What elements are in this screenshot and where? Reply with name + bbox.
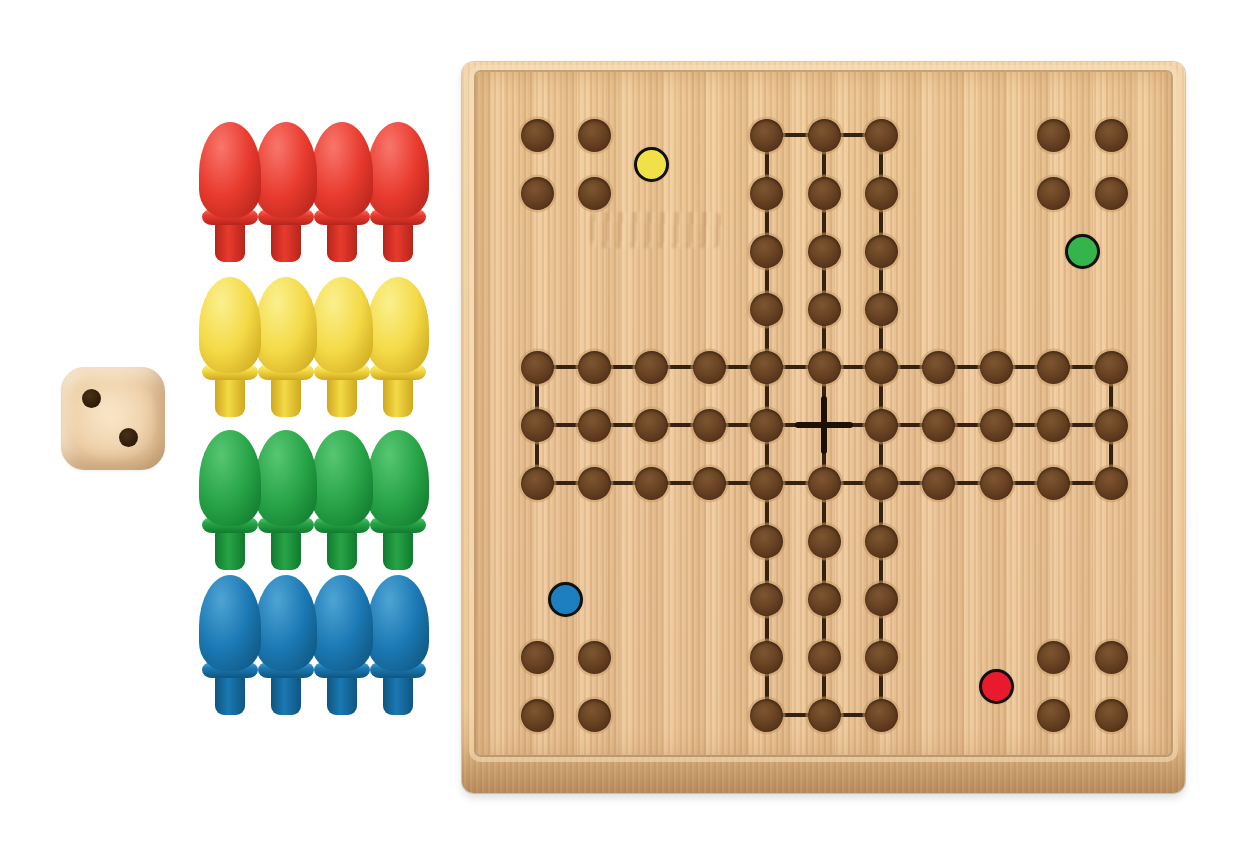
board-hole[interactable] xyxy=(1037,641,1070,674)
board-hole[interactable] xyxy=(750,525,783,558)
board-hole[interactable] xyxy=(808,351,841,384)
board-hole[interactable] xyxy=(521,467,554,500)
board-hole[interactable] xyxy=(1095,409,1128,442)
board-hole[interactable] xyxy=(750,409,783,442)
peg-stem xyxy=(383,529,413,570)
board-hole[interactable] xyxy=(578,351,611,384)
peg-head xyxy=(311,122,373,218)
board-hole[interactable] xyxy=(808,641,841,674)
board-hole[interactable] xyxy=(521,641,554,674)
board-hole[interactable] xyxy=(578,409,611,442)
peg-red-4[interactable] xyxy=(367,122,429,262)
peg-yellow-4[interactable] xyxy=(367,277,429,417)
board-hole[interactable] xyxy=(750,177,783,210)
board-hole[interactable] xyxy=(980,409,1013,442)
product-photo-scene xyxy=(0,0,1250,852)
peg-red-2[interactable] xyxy=(255,122,317,262)
peg-head xyxy=(311,277,373,373)
peg-head xyxy=(199,575,261,671)
peg-head xyxy=(311,430,373,526)
peg-stem xyxy=(327,221,357,262)
peg-green-1[interactable] xyxy=(199,430,261,570)
board-hole[interactable] xyxy=(1037,409,1070,442)
peg-head xyxy=(255,430,317,526)
board-hole[interactable] xyxy=(750,641,783,674)
peg-stem xyxy=(215,674,245,715)
peg-head xyxy=(367,122,429,218)
board-hole[interactable] xyxy=(808,177,841,210)
die-pip xyxy=(119,428,138,447)
board-hole[interactable] xyxy=(635,467,668,500)
board-hole[interactable] xyxy=(578,699,611,732)
board-hole[interactable] xyxy=(865,525,898,558)
board-hole[interactable] xyxy=(865,467,898,500)
board-hole[interactable] xyxy=(922,409,955,442)
board-hole[interactable] xyxy=(635,351,668,384)
board-hole[interactable] xyxy=(1095,467,1128,500)
peg-blue-1[interactable] xyxy=(199,575,261,715)
board-hole[interactable] xyxy=(578,119,611,152)
peg-stem xyxy=(215,529,245,570)
board-hole[interactable] xyxy=(578,177,611,210)
board-hole[interactable] xyxy=(808,119,841,152)
board-hole[interactable] xyxy=(922,467,955,500)
board-hole[interactable] xyxy=(750,235,783,268)
board-hole[interactable] xyxy=(1037,177,1070,210)
peg-blue-2[interactable] xyxy=(255,575,317,715)
peg-green-4[interactable] xyxy=(367,430,429,570)
board-hole[interactable] xyxy=(635,409,668,442)
peg-head xyxy=(199,122,261,218)
peg-red-3[interactable] xyxy=(311,122,373,262)
board-hole[interactable] xyxy=(808,699,841,732)
peg-head xyxy=(255,122,317,218)
center-cross xyxy=(821,396,827,454)
board-hole[interactable] xyxy=(693,409,726,442)
board-hole[interactable] xyxy=(1037,119,1070,152)
board-hole[interactable] xyxy=(808,235,841,268)
peg-stem xyxy=(327,376,357,417)
board-hole[interactable] xyxy=(865,235,898,268)
peg-head xyxy=(199,277,261,373)
board-hole[interactable] xyxy=(1095,641,1128,674)
board-hole[interactable] xyxy=(865,119,898,152)
peg-stem xyxy=(271,376,301,417)
peg-blue-4[interactable] xyxy=(367,575,429,715)
board-hole[interactable] xyxy=(808,525,841,558)
board-hole[interactable] xyxy=(521,177,554,210)
board-hole[interactable] xyxy=(808,467,841,500)
board-hole[interactable] xyxy=(865,293,898,326)
peg-stem xyxy=(271,674,301,715)
board-hole[interactable] xyxy=(865,583,898,616)
peg-green-2[interactable] xyxy=(255,430,317,570)
board-hole[interactable] xyxy=(980,351,1013,384)
ludo-board xyxy=(462,62,1185,793)
board-hole[interactable] xyxy=(865,409,898,442)
peg-stem xyxy=(383,674,413,715)
peg-stem xyxy=(215,221,245,262)
board-hole[interactable] xyxy=(922,351,955,384)
peg-yellow-3[interactable] xyxy=(311,277,373,417)
peg-head xyxy=(367,430,429,526)
board-hole[interactable] xyxy=(980,467,1013,500)
board-hole[interactable] xyxy=(750,583,783,616)
board-hole[interactable] xyxy=(750,351,783,384)
board-hole[interactable] xyxy=(808,293,841,326)
peg-stem xyxy=(271,529,301,570)
die-pip xyxy=(82,389,101,408)
board-hole[interactable] xyxy=(1037,351,1070,384)
board-hole[interactable] xyxy=(521,351,554,384)
board-hole[interactable] xyxy=(1095,119,1128,152)
board-hole[interactable] xyxy=(693,467,726,500)
peg-stem xyxy=(327,529,357,570)
board-hole[interactable] xyxy=(808,583,841,616)
peg-stem xyxy=(383,376,413,417)
peg-yellow-1[interactable] xyxy=(199,277,261,417)
start-dot-blue xyxy=(548,582,583,617)
peg-head xyxy=(255,575,317,671)
peg-stem xyxy=(271,221,301,262)
board-hole[interactable] xyxy=(1095,351,1128,384)
peg-head xyxy=(255,277,317,373)
board-hole[interactable] xyxy=(521,409,554,442)
board-hole[interactable] xyxy=(865,641,898,674)
peg-stem xyxy=(383,221,413,262)
board-hole[interactable] xyxy=(521,119,554,152)
board-hole[interactable] xyxy=(1037,699,1070,732)
board-hole[interactable] xyxy=(578,641,611,674)
board-hole[interactable] xyxy=(750,467,783,500)
board-hole[interactable] xyxy=(865,177,898,210)
board-hole[interactable] xyxy=(750,293,783,326)
peg-stem xyxy=(327,674,357,715)
peg-blue-3[interactable] xyxy=(311,575,373,715)
board-hole[interactable] xyxy=(578,467,611,500)
start-dot-green xyxy=(1065,234,1100,269)
die-face xyxy=(68,373,158,462)
board-grid-layer xyxy=(462,62,1185,793)
board-hole[interactable] xyxy=(521,699,554,732)
peg-head xyxy=(199,430,261,526)
board-hole[interactable] xyxy=(750,119,783,152)
peg-head xyxy=(311,575,373,671)
board-hole[interactable] xyxy=(865,351,898,384)
start-dot-yellow xyxy=(634,147,669,182)
peg-green-3[interactable] xyxy=(311,430,373,570)
board-hole[interactable] xyxy=(1095,699,1128,732)
peg-stem xyxy=(215,376,245,417)
board-hole[interactable] xyxy=(865,699,898,732)
start-dot-red xyxy=(979,669,1014,704)
board-hole[interactable] xyxy=(1095,177,1128,210)
peg-red-1[interactable] xyxy=(199,122,261,262)
board-hole[interactable] xyxy=(1037,467,1070,500)
board-hole[interactable] xyxy=(750,699,783,732)
peg-yellow-2[interactable] xyxy=(255,277,317,417)
peg-head xyxy=(367,277,429,373)
peg-head xyxy=(367,575,429,671)
board-hole[interactable] xyxy=(693,351,726,384)
wooden-die[interactable] xyxy=(61,367,165,470)
